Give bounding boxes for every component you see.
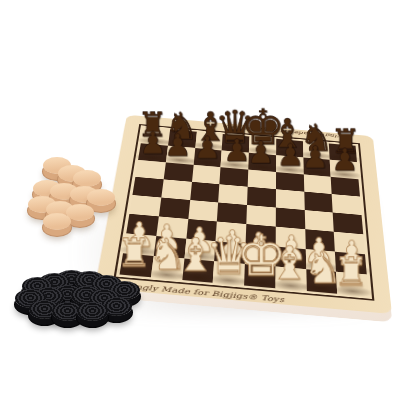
dark-pawn: ♟ [223, 135, 251, 166]
dark-queen: ♛ [214, 104, 254, 149]
square: ♝ [195, 132, 223, 150]
square [132, 177, 163, 197]
board-playing-area: ♜♞♝♛♚♝♞♜♟♟♟♟♟♟♟♟♟♟♟♟♟♟♟♟♜♞♝♛♚♝♞♜ [114, 124, 375, 301]
light-rook: ♜ [117, 234, 152, 273]
piece-shadow [133, 152, 171, 163]
square [135, 160, 165, 180]
piece-shadow [244, 145, 281, 156]
dark-knight: ♞ [299, 119, 333, 157]
square: ♞ [303, 141, 330, 160]
dark-king: ♚ [241, 103, 285, 152]
square [163, 162, 193, 182]
dark-rook: ♜ [330, 125, 360, 159]
square: ♟ [166, 146, 195, 165]
square [161, 179, 191, 200]
piece-shadow [326, 169, 364, 180]
square: ♟ [138, 143, 168, 162]
square [218, 184, 247, 205]
square [129, 195, 161, 216]
square: ♛ [222, 134, 250, 152]
dark-bishop: ♝ [270, 114, 305, 154]
square: ♜ [329, 143, 357, 162]
square: ♝ [275, 267, 306, 291]
square [304, 210, 334, 232]
square [248, 169, 276, 189]
square [303, 174, 332, 194]
square: ♞ [168, 129, 197, 147]
square [220, 167, 249, 187]
piece-shadow [188, 157, 226, 168]
dark-pawn: ♟ [331, 145, 359, 176]
piece-shadow [163, 138, 200, 149]
dark-pawn: ♟ [277, 140, 305, 171]
square [191, 165, 220, 185]
square [190, 182, 220, 203]
square: ♝ [276, 139, 303, 158]
piece-shadow [298, 150, 335, 161]
square [188, 200, 218, 221]
square: ♜ [336, 272, 368, 296]
square: ♟ [221, 150, 249, 169]
square [304, 192, 333, 213]
square [331, 177, 360, 197]
board-scene: ♜♞♝♛♚♝♞♜♟♟♟♟♟♟♟♟♟♟♟♟♟♟♟♟♜♞♝♛♚♝♞♜ Lovingl… [0, 0, 400, 400]
square: ♟ [193, 148, 222, 167]
product-photo: ♜♞♝♛♚♝♞♜♟♟♟♟♟♟♟♟♟♟♟♟♟♟♟♟♜♞♝♛♚♝♞♜ Lovingl… [0, 0, 400, 400]
square: ♟ [303, 157, 331, 176]
piece-shadow [243, 162, 280, 173]
light-rook: ♜ [333, 253, 368, 292]
piece-shadow [325, 152, 362, 163]
square [276, 172, 304, 192]
square: ♟ [330, 160, 358, 179]
piece-shadow [216, 159, 253, 170]
square [159, 197, 190, 218]
dark-knight: ♞ [165, 107, 199, 145]
piece-shadow [217, 143, 254, 154]
dark-pawn: ♟ [301, 142, 329, 173]
piece-shadow [190, 141, 227, 152]
square [332, 194, 362, 215]
square [247, 187, 276, 208]
dark-bishop: ♝ [193, 107, 228, 147]
chessboard: ♜♞♝♛♚♝♞♜♟♟♟♟♟♟♟♟♟♟♟♟♟♟♟♟♜♞♝♛♚♝♞♜ Lovingl… [95, 115, 392, 314]
dark-pawn: ♟ [164, 130, 192, 161]
square: ♟ [248, 153, 276, 172]
square [276, 189, 305, 210]
dark-pawn: ♟ [193, 133, 221, 164]
board-grid: ♜♞♝♛♚♝♞♜♟♟♟♟♟♟♟♟♟♟♟♟♟♟♟♟♜♞♝♛♚♝♞♜ [120, 127, 369, 296]
square: ♚ [249, 136, 276, 155]
dark-pawn: ♟ [247, 137, 275, 168]
square: ♜ [141, 127, 170, 145]
square: ♟ [276, 155, 304, 174]
piece-shadow [271, 148, 308, 159]
dark-pawn: ♟ [139, 128, 167, 159]
piece-shadow [271, 164, 308, 175]
square [217, 202, 247, 223]
piece-shadow [161, 155, 199, 166]
square [333, 213, 363, 235]
piece-shadow [298, 167, 335, 178]
dark-rook: ♜ [138, 108, 168, 142]
piece-shadow [136, 136, 173, 147]
brand-text-far-edge: Lovingly Made for Bigjigs® Toys [224, 124, 352, 140]
